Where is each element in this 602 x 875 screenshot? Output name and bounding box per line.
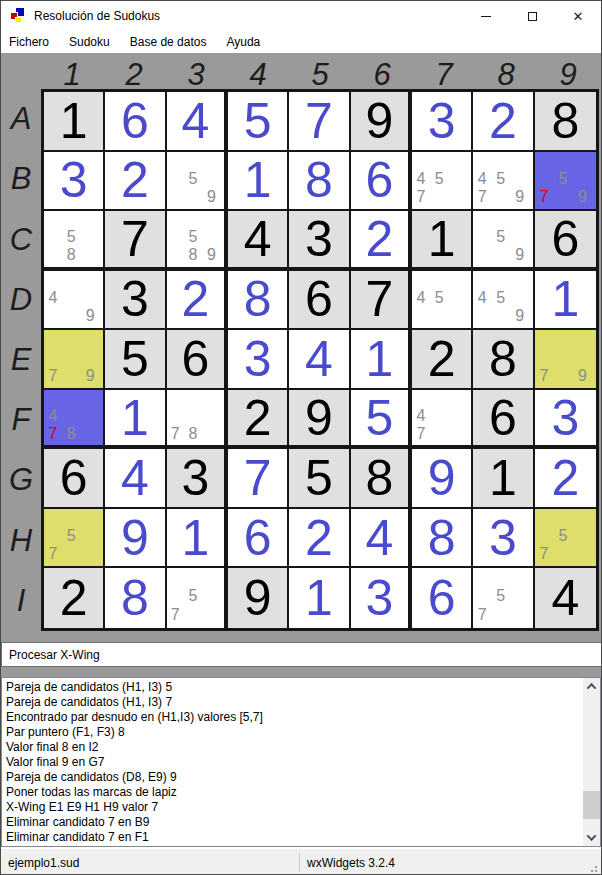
cell-D9[interactable]: 1: [535, 271, 596, 331]
digit-E7: 2: [412, 330, 471, 388]
digit-D9: 1: [535, 271, 596, 329]
cell-A1[interactable]: 1: [44, 92, 105, 152]
col-label-5: 5: [289, 60, 351, 89]
digit-C7: 1: [412, 211, 471, 267]
candidate-D8-9: 9: [515, 308, 524, 324]
digit-F4: 2: [228, 390, 287, 446]
cell-B4[interactable]: 1: [228, 152, 289, 212]
digit-B2: 2: [105, 152, 164, 210]
digit-A4: 5: [228, 92, 287, 150]
digit-H3: 1: [167, 509, 224, 567]
cell-G1[interactable]: 6: [44, 449, 105, 509]
digit-B6: 6: [351, 152, 408, 210]
cell-A6[interactable]: 9: [351, 92, 412, 152]
cell-F1[interactable]: 478: [44, 390, 105, 450]
candidate-H9-5: 5: [558, 528, 567, 544]
col-label-4: 4: [227, 60, 289, 89]
digit-H6: 4: [351, 509, 408, 567]
cell-H7[interactable]: 8: [412, 509, 473, 569]
digit-G6: 8: [351, 449, 408, 507]
column-labels: 123456789: [41, 53, 599, 89]
digit-G7: 9: [412, 449, 471, 507]
digit-A1: 1: [44, 92, 103, 150]
candidate-E1-7: 7: [48, 368, 57, 384]
cell-E4[interactable]: 3: [228, 330, 289, 390]
candidate-C3-9: 9: [207, 247, 216, 263]
digit-E3: 6: [167, 330, 224, 388]
digit-F6: 5: [351, 390, 408, 446]
cell-D5[interactable]: 6: [289, 271, 350, 331]
cell-C3[interactable]: 589: [167, 211, 228, 271]
digit-C6: 2: [351, 211, 408, 267]
candidate-F3-8: 8: [189, 426, 198, 442]
cell-E1[interactable]: 79: [44, 330, 105, 390]
scrollbar-thumb[interactable]: [583, 791, 600, 819]
cell-A7[interactable]: 3: [412, 92, 473, 152]
candidate-B3-9: 9: [207, 189, 216, 205]
log-line-3[interactable]: Encontrado par desnudo en (H1,I3) valore…: [6, 710, 583, 725]
cell-G8[interactable]: 1: [473, 449, 534, 509]
candidate-D1-4: 4: [48, 290, 57, 306]
digit-D2: 3: [105, 271, 164, 329]
menu-base-de-datos[interactable]: Base de datos: [120, 32, 217, 52]
candidate-F1-7: 7: [48, 426, 57, 442]
minimize-icon: [481, 16, 491, 17]
row-label-I: I: [1, 571, 41, 631]
digit-D4: 8: [228, 271, 287, 329]
scroll-down-button[interactable]: [583, 829, 600, 846]
cell-I7[interactable]: 6: [412, 568, 473, 628]
digit-C5: 3: [289, 211, 348, 267]
cell-H6[interactable]: 4: [351, 509, 412, 569]
digit-H4: 6: [228, 509, 287, 567]
digit-I5: 1: [289, 568, 348, 628]
digit-B1: 3: [44, 152, 103, 210]
close-button[interactable]: ✕: [555, 1, 601, 31]
digit-A9: 8: [535, 92, 596, 150]
digit-E5: 4: [289, 330, 348, 388]
log-lines: Pareja de candidatos (H1, I3) 5Pareja de…: [2, 678, 583, 846]
cell-H2[interactable]: 9: [105, 509, 166, 569]
chevron-up-icon: [587, 683, 597, 693]
cell-C5[interactable]: 3: [289, 211, 350, 271]
cell-I2[interactable]: 8: [105, 568, 166, 628]
cell-E7[interactable]: 2: [412, 330, 473, 390]
candidate-D7-5: 5: [435, 290, 444, 306]
digit-G1: 6: [44, 449, 103, 507]
candidate-F3-7: 7: [171, 426, 180, 442]
digit-D5: 6: [289, 271, 348, 329]
digit-E4: 3: [228, 330, 287, 388]
cell-B5[interactable]: 8: [289, 152, 350, 212]
row-label-D: D: [1, 270, 41, 330]
digit-A5: 7: [289, 92, 348, 150]
digit-D6: 7: [351, 271, 408, 329]
cell-E6[interactable]: 1: [351, 330, 412, 390]
cell-I5[interactable]: 1: [289, 568, 350, 628]
digit-E6: 1: [351, 330, 408, 388]
row-labels: ABCDEFGHI: [1, 89, 41, 631]
candidate-B8-7: 7: [478, 189, 487, 205]
cell-G3[interactable]: 3: [167, 449, 228, 509]
log-line-10[interactable]: Eliminar candidato 7 en B9: [6, 815, 583, 830]
status-filename: ejemplo1.sud: [1, 856, 299, 870]
minimize-button[interactable]: [463, 1, 509, 31]
digit-I4: 9: [228, 568, 287, 628]
candidate-C1-8: 8: [67, 247, 76, 263]
sudoku-grid: 1645793283259186457457957958758943215964…: [41, 89, 599, 631]
cell-D1[interactable]: 49: [44, 271, 105, 331]
maximize-button[interactable]: [509, 1, 555, 31]
digit-C9: 6: [535, 211, 596, 267]
cell-G4[interactable]: 7: [228, 449, 289, 509]
col-label-1: 1: [41, 60, 103, 89]
digit-G2: 4: [105, 449, 164, 507]
app-window: Resolución de Sudokus ✕ Fichero Sudoku B…: [0, 0, 602, 875]
chevron-down-icon: [587, 831, 597, 841]
candidate-I8-5: 5: [496, 588, 505, 604]
cell-E3[interactable]: 6: [167, 330, 228, 390]
digit-B5: 8: [289, 152, 348, 210]
candidate-B8-5: 5: [496, 171, 505, 187]
candidate-C3-5: 5: [189, 229, 198, 245]
scroll-up-button[interactable]: [583, 678, 600, 695]
row-label-B: B: [1, 149, 41, 209]
menu-bar: Fichero Sudoku Base de datos Ayuda: [1, 31, 601, 53]
candidate-C8-9: 9: [515, 247, 524, 263]
digit-A6: 9: [351, 92, 408, 150]
cell-A2[interactable]: 6: [105, 92, 166, 152]
cell-B6[interactable]: 6: [351, 152, 412, 212]
row-label-G: G: [1, 450, 41, 510]
menu-ayuda[interactable]: Ayuda: [216, 32, 270, 52]
cell-A5[interactable]: 7: [289, 92, 350, 152]
log-listbox: Pareja de candidatos (H1, I3) 5Pareja de…: [1, 677, 601, 847]
cell-C1[interactable]: 58: [44, 211, 105, 271]
menu-fichero[interactable]: Fichero: [1, 32, 59, 52]
candidate-D7-4: 4: [416, 290, 425, 306]
digit-C2: 7: [105, 211, 164, 267]
col-label-2: 2: [103, 60, 165, 89]
digit-I2: 8: [105, 568, 164, 628]
digit-H7: 8: [412, 509, 471, 567]
cell-F5[interactable]: 9: [289, 390, 350, 450]
cell-F2[interactable]: 1: [105, 390, 166, 450]
cell-F7[interactable]: 47: [412, 390, 473, 450]
col-label-7: 7: [413, 60, 475, 89]
spacer: [1, 667, 601, 677]
candidate-I3-5: 5: [189, 588, 198, 604]
app-icon-yellow-square: [15, 17, 22, 23]
cell-A8[interactable]: 2: [473, 92, 534, 152]
col-label-9: 9: [537, 60, 599, 89]
candidate-B9-5: 5: [558, 171, 567, 187]
candidate-E1-9: 9: [86, 368, 95, 384]
cell-H5[interactable]: 2: [289, 509, 350, 569]
digit-G5: 5: [289, 449, 348, 507]
cell-D4[interactable]: 8: [228, 271, 289, 331]
title-bar: Resolución de Sudokus ✕: [1, 1, 601, 31]
log-line-4[interactable]: Par puntero (F1, F3) 8: [6, 725, 583, 740]
cell-F9[interactable]: 3: [535, 390, 596, 450]
col-label-8: 8: [475, 60, 537, 89]
cell-F4[interactable]: 2: [228, 390, 289, 450]
row-label-E: E: [1, 330, 41, 390]
cell-G9[interactable]: 2: [535, 449, 596, 509]
cell-H3[interactable]: 1: [167, 509, 228, 569]
cell-I9[interactable]: 4: [535, 568, 596, 628]
cell-C9[interactable]: 6: [535, 211, 596, 271]
cell-C4[interactable]: 4: [228, 211, 289, 271]
candidate-F1-8: 8: [67, 426, 76, 442]
app-icon: [10, 8, 26, 24]
candidate-C3-8: 8: [189, 247, 198, 263]
candidate-B9-7: 7: [539, 189, 548, 205]
cell-E2[interactable]: 5: [105, 330, 166, 390]
candidate-I8-7: 7: [478, 607, 487, 623]
candidate-D8-5: 5: [496, 290, 505, 306]
log-line-2[interactable]: Pareja de candidatos (H1, I3) 7: [6, 695, 583, 710]
cell-B1[interactable]: 3: [44, 152, 105, 212]
candidate-B7-5: 5: [435, 171, 444, 187]
digit-F5: 9: [289, 390, 348, 446]
cell-D2[interactable]: 3: [105, 271, 166, 331]
cell-E9[interactable]: 79: [535, 330, 596, 390]
cell-I6[interactable]: 3: [351, 568, 412, 628]
digit-H8: 3: [473, 509, 532, 567]
log-line-6[interactable]: Valor final 9 en G7: [6, 755, 583, 770]
candidate-B3-5: 5: [189, 171, 198, 187]
cell-B3[interactable]: 59: [167, 152, 228, 212]
cell-D7[interactable]: 45: [412, 271, 473, 331]
cell-C2[interactable]: 7: [105, 211, 166, 271]
cell-G5[interactable]: 5: [289, 449, 350, 509]
log-line-8[interactable]: Poner todas las marcas de lapiz: [6, 785, 583, 800]
cell-B7[interactable]: 457: [412, 152, 473, 212]
cell-D3[interactable]: 2: [167, 271, 228, 331]
cell-D6[interactable]: 7: [351, 271, 412, 331]
col-label-6: 6: [351, 60, 413, 89]
digit-D3: 2: [167, 271, 224, 329]
digit-I9: 4: [535, 568, 596, 628]
candidate-B7-7: 7: [416, 189, 425, 205]
cell-C8[interactable]: 59: [473, 211, 534, 271]
cell-I3[interactable]: 57: [167, 568, 228, 628]
digit-G9: 2: [535, 449, 596, 507]
digit-A2: 6: [105, 92, 164, 150]
cell-I4[interactable]: 9: [228, 568, 289, 628]
window-title: Resolución de Sudokus: [34, 9, 160, 23]
cell-C6[interactable]: 2: [351, 211, 412, 271]
candidate-F1-4: 4: [48, 408, 57, 424]
digit-E8: 8: [473, 330, 532, 388]
digit-G3: 3: [167, 449, 224, 507]
candidate-C1-5: 5: [67, 229, 76, 245]
candidate-E9-9: 9: [578, 368, 587, 384]
candidate-C8-5: 5: [496, 229, 505, 245]
digit-F8: 6: [473, 390, 532, 446]
cell-E8[interactable]: 8: [473, 330, 534, 390]
candidate-H1-7: 7: [48, 546, 57, 562]
digit-B4: 1: [228, 152, 287, 210]
cell-H8[interactable]: 3: [473, 509, 534, 569]
candidate-B7-4: 4: [416, 171, 425, 187]
log-line-5[interactable]: Valor final 8 en I2: [6, 740, 583, 755]
digit-F2: 1: [105, 390, 164, 446]
log-line-11[interactable]: Eliminar candidato 7 en F1: [6, 830, 583, 845]
menu-sudoku[interactable]: Sudoku: [59, 32, 120, 52]
status-wxwidgets-version: wxWidgets 3.2.4: [300, 856, 395, 870]
candidate-F7-7: 7: [416, 426, 425, 442]
cell-A4[interactable]: 5: [228, 92, 289, 152]
digit-A7: 3: [412, 92, 471, 150]
candidate-H1-5: 5: [67, 528, 76, 544]
candidate-I3-7: 7: [171, 607, 180, 623]
maximize-icon: [528, 12, 537, 21]
cell-I1[interactable]: 2: [44, 568, 105, 628]
log-scrollbar[interactable]: [583, 678, 600, 846]
digit-A3: 4: [167, 92, 224, 150]
digit-I6: 3: [351, 568, 408, 628]
row-label-F: F: [1, 390, 41, 450]
candidate-F7-4: 4: [416, 408, 425, 424]
candidate-B9-9: 9: [578, 189, 587, 205]
candidate-D1-9: 9: [86, 308, 95, 324]
row-label-C: C: [1, 209, 41, 269]
digit-I1: 2: [44, 568, 103, 628]
log-line-7[interactable]: Pareja de candidatos (D8, E9) 9: [6, 770, 583, 785]
digit-C4: 4: [228, 211, 287, 267]
cell-B9[interactable]: 579: [535, 152, 596, 212]
candidate-B8-4: 4: [478, 171, 487, 187]
digit-G4: 7: [228, 449, 287, 507]
cell-G7[interactable]: 9: [412, 449, 473, 509]
status-bar: ejemplo1.sud wxWidgets 3.2.4: [1, 847, 601, 875]
cell-H9[interactable]: 57: [535, 509, 596, 569]
log-line-1[interactable]: Pareja de candidatos (H1, I3) 5: [6, 680, 583, 695]
log-line-9[interactable]: X-Wing E1 E9 H1 H9 valor 7: [6, 800, 583, 815]
digit-G8: 1: [473, 449, 532, 507]
digit-E2: 5: [105, 330, 164, 388]
board-area: 123456789 ABCDEFGHI 16457932832591864574…: [1, 53, 601, 642]
cell-C7[interactable]: 1: [412, 211, 473, 271]
candidate-B8-9: 9: [515, 189, 524, 205]
candidate-D8-4: 4: [478, 290, 487, 306]
row-label-H: H: [1, 511, 41, 571]
cell-I8[interactable]: 57: [473, 568, 534, 628]
close-icon: ✕: [573, 9, 584, 24]
cell-H4[interactable]: 6: [228, 509, 289, 569]
cell-A3[interactable]: 4: [167, 92, 228, 152]
cell-A9[interactable]: 8: [535, 92, 596, 152]
digit-F9: 3: [535, 390, 596, 446]
cell-G6[interactable]: 8: [351, 449, 412, 509]
candidate-H9-7: 7: [539, 546, 548, 562]
cell-H1[interactable]: 57: [44, 509, 105, 569]
cell-B8[interactable]: 4579: [473, 152, 534, 212]
cell-D8[interactable]: 459: [473, 271, 534, 331]
resize-grip-icon[interactable]: [587, 862, 597, 872]
digit-H5: 2: [289, 509, 348, 567]
cell-G2[interactable]: 4: [105, 449, 166, 509]
digit-H2: 9: [105, 509, 164, 567]
cell-F8[interactable]: 6: [473, 390, 534, 450]
cell-F3[interactable]: 78: [167, 390, 228, 450]
candidate-E9-7: 7: [539, 368, 548, 384]
cell-F6[interactable]: 5: [351, 390, 412, 450]
digit-I7: 6: [412, 568, 471, 628]
row-label-A: A: [1, 89, 41, 149]
digit-A8: 2: [473, 92, 532, 150]
scrollbar-track[interactable]: [583, 695, 600, 829]
cell-E5[interactable]: 4: [289, 330, 350, 390]
cell-B2[interactable]: 2: [105, 152, 166, 212]
col-label-3: 3: [165, 60, 227, 89]
process-command-input[interactable]: [1, 642, 602, 667]
window-controls: ✕: [463, 1, 601, 31]
